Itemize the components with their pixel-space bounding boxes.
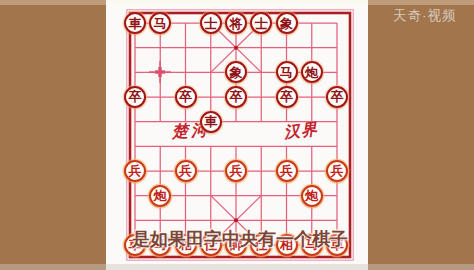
channel-watermark: 天奇·视频	[393, 7, 457, 25]
piece-马-black: 马	[276, 61, 298, 83]
cross-marker-icon	[149, 61, 171, 83]
piece-兵-red: 兵	[175, 160, 197, 182]
video-subtitle: 是如果田字中央有一个棋子	[120, 227, 360, 251]
piece-卒-black: 卒	[175, 86, 197, 108]
piece-将-black: 将	[225, 12, 247, 34]
piece-兵-red: 兵	[276, 160, 298, 182]
piece-車-black: 車	[200, 111, 222, 133]
right-letterbox-bar	[368, 0, 474, 270]
piece-車-black: 車	[124, 12, 146, 34]
piece-卒-black: 卒	[124, 86, 146, 108]
board-grid	[126, 9, 354, 261]
piece-兵-red: 兵	[225, 160, 247, 182]
video-frame: 楚河 汉界 車马士将士象象马炮卒卒卒卒卒車兵兵兵兵兵炮炮車马相仕帥仕相马車 是如…	[0, 0, 474, 270]
piece-兵-red: 兵	[326, 160, 348, 182]
river-label-han: 汉界	[283, 119, 319, 143]
palace-center-dot-red	[234, 218, 238, 222]
piece-兵-red: 兵	[124, 160, 146, 182]
piece-炮-red: 炮	[301, 185, 323, 207]
piece-卒-black: 卒	[225, 86, 247, 108]
piece-炮-red: 炮	[149, 185, 171, 207]
left-letterbox-bar	[0, 0, 106, 270]
cannon-point-marker	[149, 61, 171, 83]
piece-卒-black: 卒	[326, 86, 348, 108]
piece-卒-black: 卒	[276, 86, 298, 108]
xiangqi-board	[126, 9, 354, 261]
palace-center-dot-black	[234, 46, 238, 50]
piece-炮-black: 炮	[301, 61, 323, 83]
piece-象-black: 象	[276, 12, 298, 34]
piece-士-black: 士	[200, 12, 222, 34]
